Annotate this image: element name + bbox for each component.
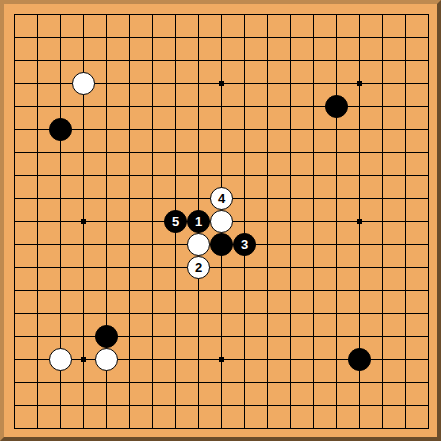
white-stone: [72, 72, 95, 95]
star-point: [357, 81, 362, 86]
black-stone: [95, 325, 118, 348]
white-stone: [49, 348, 72, 371]
star-point: [81, 219, 86, 224]
black-stone: [325, 95, 348, 118]
white-stone: [210, 210, 233, 233]
board-grid: 45132: [14, 14, 429, 429]
star-point: [81, 357, 86, 362]
star-point: [357, 219, 362, 224]
star-point: [219, 81, 224, 86]
black-stone: [49, 118, 72, 141]
white-stone-move-4: 4: [210, 187, 233, 210]
go-board[interactable]: 45132: [0, 0, 441, 441]
black-stone-move-5: 5: [164, 210, 187, 233]
black-stone: [210, 233, 233, 256]
black-stone: [348, 348, 371, 371]
white-stone-move-2: 2: [187, 256, 210, 279]
black-stone-move-3: 3: [233, 233, 256, 256]
white-stone: [187, 233, 210, 256]
white-stone: [95, 348, 118, 371]
black-stone-move-1: 1: [187, 210, 210, 233]
star-point: [219, 357, 224, 362]
